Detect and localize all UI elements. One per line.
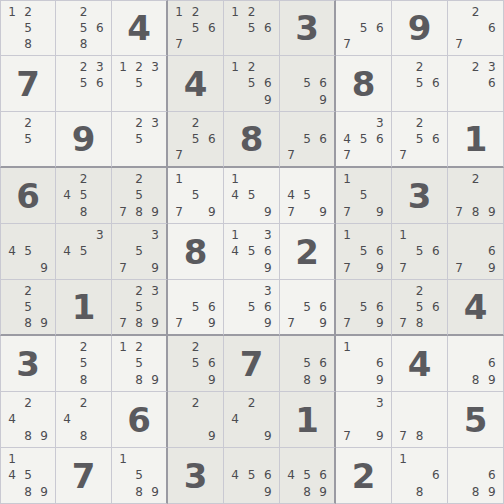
cell-r7c3[interactable]: 12589 [112, 336, 168, 392]
candidate-empty [20, 451, 36, 467]
candidate-empty [339, 411, 355, 427]
cell-r5c8[interactable]: 1567 [392, 224, 448, 280]
candidate-empty [243, 92, 259, 108]
candidate-8: 8 [20, 484, 36, 500]
candidate-empty [171, 411, 187, 427]
cell-r8c2[interactable]: 248 [56, 392, 112, 448]
cell-r7c2[interactable]: 258 [56, 336, 112, 392]
cell-r1c7[interactable]: 567 [336, 0, 392, 56]
candidate-empty [299, 171, 315, 187]
cell-value: 3 [408, 179, 432, 213]
cell-r3c5[interactable]: 8 [224, 112, 280, 168]
candidate-empty [147, 147, 163, 163]
candidate-2: 2 [467, 171, 483, 187]
candidate-9: 9 [372, 428, 388, 444]
candidate-empty [372, 339, 388, 355]
candidate-empty [395, 59, 411, 75]
cell-r4c1[interactable]: 6 [0, 168, 56, 224]
cell-r5c5[interactable]: 134569 [224, 224, 280, 280]
candidate-5: 5 [187, 299, 203, 315]
candidate-2: 2 [131, 283, 147, 299]
cell-r1c9[interactable]: 267 [448, 0, 504, 56]
candidate-empty [75, 227, 91, 243]
candidate-9: 9 [36, 428, 52, 444]
cell-r8c7[interactable]: 379 [336, 392, 392, 448]
candidate-empty [59, 171, 75, 187]
candidate-empty [428, 92, 444, 108]
cell-r9c6[interactable]: 45689 [280, 448, 336, 504]
candidate-empty [451, 451, 467, 467]
candidate-7: 7 [283, 315, 299, 331]
candidate-2: 2 [243, 59, 259, 75]
candidate-empty [467, 92, 483, 108]
candidate-empty [411, 467, 427, 483]
candidate-empty [92, 355, 108, 371]
candidate-empty [4, 20, 20, 36]
cell-value: 4 [408, 347, 432, 381]
candidate-empty [187, 315, 203, 331]
candidate-empty [299, 115, 315, 131]
candidate-4: 4 [283, 467, 299, 483]
candidate-6: 6 [92, 75, 108, 91]
candidate-empty [283, 299, 299, 315]
cell-r1c1[interactable]: 1258 [0, 0, 56, 56]
cell-r9c9[interactable]: 689 [448, 448, 504, 504]
cell-r1c5[interactable]: 1256 [224, 0, 280, 56]
candidate-empty [115, 131, 131, 147]
cell-r6c1[interactable]: 2589 [0, 280, 56, 336]
cell-r6c8[interactable]: 25678 [392, 280, 448, 336]
cell-value: 9 [72, 122, 96, 156]
cell-r6c6[interactable]: 5679 [280, 280, 336, 336]
cell-value: 8 [240, 122, 264, 156]
candidate-2: 2 [75, 59, 91, 75]
candidate-empty [147, 355, 163, 371]
candidate-7: 7 [451, 36, 467, 52]
cell-r1c2[interactable]: 2568 [56, 0, 112, 56]
candidate-6: 6 [204, 299, 220, 315]
candidate-empty [411, 451, 427, 467]
candidate-empty [467, 339, 483, 355]
cell-r5c4[interactable]: 8 [168, 224, 224, 280]
cell-r3c9[interactable]: 1 [448, 112, 504, 168]
candidate-8: 8 [411, 484, 427, 500]
cell-r6c3[interactable]: 235789 [112, 280, 168, 336]
cell-r8c1[interactable]: 2489 [0, 392, 56, 448]
cell-r7c9[interactable]: 689 [448, 336, 504, 392]
candidate-empty [59, 75, 75, 91]
candidate-empty [395, 395, 411, 411]
candidate-empty [147, 92, 163, 108]
candidate-empty [4, 283, 20, 299]
candidate-2: 2 [20, 4, 36, 20]
cell-r3c2[interactable]: 9 [56, 112, 112, 168]
candidate-empty [115, 92, 131, 108]
cell-r4c8[interactable]: 3 [392, 168, 448, 224]
candidate-empty [204, 283, 220, 299]
candidate-grid: 2489 [4, 395, 52, 444]
cell-r2c9[interactable]: 236 [448, 56, 504, 112]
cell-value: 4 [184, 67, 208, 101]
candidate-5: 5 [355, 20, 371, 36]
candidate-empty [428, 59, 444, 75]
cell-r5c6[interactable]: 2 [280, 224, 336, 280]
candidate-5: 5 [355, 131, 371, 147]
candidate-empty [355, 227, 371, 243]
cell-r9c1[interactable]: 14589 [0, 448, 56, 504]
candidate-4: 4 [227, 467, 243, 483]
candidate-empty [92, 411, 108, 427]
candidate-empty [395, 131, 411, 147]
candidate-empty [283, 115, 299, 131]
candidate-empty [467, 227, 483, 243]
cell-r5c3[interactable]: 3579 [112, 224, 168, 280]
candidate-grid: 1579 [171, 171, 220, 220]
cell-r9c4[interactable]: 3 [168, 448, 224, 504]
candidate-empty [227, 92, 243, 108]
cell-r9c3[interactable]: 1589 [112, 448, 168, 504]
cell-r4c3[interactable]: 25789 [112, 168, 168, 224]
candidate-empty [187, 36, 203, 52]
cell-r2c1[interactable]: 7 [0, 56, 56, 112]
candidate-5: 5 [187, 20, 203, 36]
candidate-empty [451, 4, 467, 20]
cell-r3c7[interactable]: 34567 [336, 112, 392, 168]
candidate-5: 5 [243, 467, 259, 483]
candidate-grid: 679 [451, 227, 500, 276]
candidate-7: 7 [395, 260, 411, 276]
candidate-empty [75, 411, 91, 427]
candidate-empty [4, 147, 20, 163]
candidate-empty [411, 260, 427, 276]
candidate-empty [260, 187, 276, 203]
candidate-empty [171, 355, 187, 371]
candidate-1: 1 [395, 227, 411, 243]
cell-r9c5[interactable]: 4569 [224, 448, 280, 504]
candidate-empty [467, 467, 483, 483]
candidate-empty [451, 75, 467, 91]
candidate-empty [131, 260, 147, 276]
candidate-9: 9 [315, 204, 331, 220]
candidate-empty [339, 372, 355, 388]
cell-r8c5[interactable]: 249 [224, 392, 280, 448]
candidate-empty [355, 115, 371, 131]
candidate-empty [395, 75, 411, 91]
cell-r8c8[interactable]: 78 [392, 392, 448, 448]
candidate-3: 3 [147, 227, 163, 243]
candidate-empty [20, 411, 36, 427]
candidate-empty [59, 59, 75, 75]
candidate-7: 7 [395, 428, 411, 444]
candidate-2: 2 [75, 395, 91, 411]
candidate-empty [243, 484, 259, 500]
candidate-empty [131, 147, 147, 163]
cell-r2c3[interactable]: 1235 [112, 56, 168, 112]
candidate-9: 9 [484, 372, 500, 388]
candidate-6: 6 [260, 243, 276, 259]
candidate-grid: 569 [283, 59, 331, 108]
candidate-5: 5 [243, 20, 259, 36]
candidate-8: 8 [299, 372, 315, 388]
candidate-empty [260, 36, 276, 52]
cell-r8c6[interactable]: 1 [280, 392, 336, 448]
candidate-empty [92, 204, 108, 220]
candidate-empty [395, 283, 411, 299]
candidate-2: 2 [75, 4, 91, 20]
candidate-5: 5 [131, 75, 147, 91]
candidate-empty [171, 283, 187, 299]
cell-r6c9[interactable]: 4 [448, 280, 504, 336]
cell-r8c4[interactable]: 29 [168, 392, 224, 448]
candidate-empty [260, 171, 276, 187]
candidate-grid: 1256 [227, 4, 276, 52]
cell-r5c2[interactable]: 345 [56, 224, 112, 280]
candidate-7: 7 [171, 204, 187, 220]
candidate-5: 5 [243, 299, 259, 315]
candidate-5: 5 [75, 20, 91, 36]
candidate-9: 9 [372, 204, 388, 220]
cell-r7c1[interactable]: 3 [0, 336, 56, 392]
candidate-9: 9 [36, 484, 52, 500]
candidate-grid: 689 [451, 451, 500, 500]
candidate-empty [451, 372, 467, 388]
candidate-empty [260, 411, 276, 427]
candidate-6: 6 [92, 20, 108, 36]
candidate-8: 8 [467, 204, 483, 220]
candidate-empty [204, 147, 220, 163]
candidate-empty [355, 171, 371, 187]
cell-r1c8[interactable]: 9 [392, 0, 448, 56]
candidate-empty [204, 171, 220, 187]
candidate-empty [204, 411, 220, 427]
candidate-1: 1 [115, 59, 131, 75]
candidate-empty [171, 115, 187, 131]
cell-r3c4[interactable]: 2567 [168, 112, 224, 168]
cell-r3c3[interactable]: 235 [112, 112, 168, 168]
candidate-8: 8 [75, 36, 91, 52]
candidate-empty [428, 315, 444, 331]
cell-value: 7 [240, 347, 264, 381]
candidate-grid: 1235 [115, 59, 163, 108]
candidate-2: 2 [187, 115, 203, 131]
candidate-empty [92, 260, 108, 276]
candidate-6: 6 [428, 243, 444, 259]
candidate-3: 3 [147, 283, 163, 299]
cell-r6c7[interactable]: 5679 [336, 280, 392, 336]
candidate-empty [283, 339, 299, 355]
cell-r2c6[interactable]: 569 [280, 56, 336, 112]
candidate-empty [171, 131, 187, 147]
candidate-empty [355, 315, 371, 331]
cell-r7c8[interactable]: 4 [392, 336, 448, 392]
cell-r9c2[interactable]: 7 [56, 448, 112, 504]
candidate-empty [204, 395, 220, 411]
candidate-empty [147, 131, 163, 147]
candidate-2: 2 [467, 59, 483, 75]
cell-r6c5[interactable]: 3569 [224, 280, 280, 336]
candidate-empty [36, 115, 52, 131]
candidate-empty [260, 59, 276, 75]
candidate-4: 4 [339, 131, 355, 147]
candidate-empty [283, 451, 299, 467]
candidate-empty [428, 484, 444, 500]
candidate-empty [187, 372, 203, 388]
cell-r9c7[interactable]: 2 [336, 448, 392, 504]
cell-r1c6[interactable]: 3 [280, 0, 336, 56]
cell-value: 2 [295, 235, 319, 269]
cell-r2c7[interactable]: 8 [336, 56, 392, 112]
candidate-9: 9 [315, 315, 331, 331]
cell-r4c6[interactable]: 4579 [280, 168, 336, 224]
cell-r1c4[interactable]: 12567 [168, 0, 224, 56]
candidate-empty [204, 339, 220, 355]
cell-r3c6[interactable]: 567 [280, 112, 336, 168]
candidate-2: 2 [131, 59, 147, 75]
candidate-empty [171, 299, 187, 315]
candidate-empty [4, 428, 20, 444]
cell-r7c4[interactable]: 2569 [168, 336, 224, 392]
candidate-empty [411, 227, 427, 243]
cell-value: 7 [16, 67, 40, 101]
candidate-grid: 45689 [283, 451, 331, 500]
cell-r3c8[interactable]: 2567 [392, 112, 448, 168]
candidate-5: 5 [20, 131, 36, 147]
candidate-empty [4, 315, 20, 331]
candidate-empty [299, 451, 315, 467]
candidate-5: 5 [355, 243, 371, 259]
candidate-4: 4 [4, 467, 20, 483]
candidate-2: 2 [20, 115, 36, 131]
cell-value: 3 [16, 347, 40, 381]
candidate-empty [59, 92, 75, 108]
cell-r8c3[interactable]: 6 [112, 392, 168, 448]
candidate-empty [4, 131, 20, 147]
candidate-5: 5 [131, 187, 147, 203]
candidate-empty [243, 171, 259, 187]
candidate-empty [355, 283, 371, 299]
candidate-9: 9 [204, 204, 220, 220]
candidate-empty [36, 36, 52, 52]
cell-r5c9[interactable]: 679 [448, 224, 504, 280]
candidate-7: 7 [115, 204, 131, 220]
candidate-empty [355, 339, 371, 355]
candidate-empty [339, 20, 355, 36]
candidate-empty [59, 428, 75, 444]
candidate-grid: 1589 [115, 451, 163, 500]
candidate-grid: 459 [4, 227, 52, 276]
cell-r6c2[interactable]: 1 [56, 280, 112, 336]
candidate-empty [411, 147, 427, 163]
candidate-9: 9 [484, 484, 500, 500]
candidate-empty [92, 372, 108, 388]
candidate-5: 5 [75, 75, 91, 91]
candidate-empty [451, 227, 467, 243]
candidate-empty [187, 204, 203, 220]
candidate-empty [395, 484, 411, 500]
cell-r4c9[interactable]: 2789 [448, 168, 504, 224]
candidate-6: 6 [484, 20, 500, 36]
candidate-6: 6 [315, 75, 331, 91]
cell-value: 1 [295, 403, 319, 437]
cell-r9c8[interactable]: 168 [392, 448, 448, 504]
cell-r2c4[interactable]: 4 [168, 56, 224, 112]
cell-value: 5 [464, 403, 488, 437]
candidate-grid: 1459 [227, 171, 276, 220]
candidate-grid: 5689 [283, 339, 331, 388]
candidate-6: 6 [260, 20, 276, 36]
cell-r7c7[interactable]: 169 [336, 336, 392, 392]
candidate-8: 8 [20, 315, 36, 331]
candidate-empty [315, 339, 331, 355]
candidate-9: 9 [260, 428, 276, 444]
candidate-2: 2 [75, 339, 91, 355]
candidate-empty [115, 187, 131, 203]
candidate-empty [36, 243, 52, 259]
cell-r4c5[interactable]: 1459 [224, 168, 280, 224]
candidate-5: 5 [355, 299, 371, 315]
candidate-6: 6 [204, 131, 220, 147]
cell-r6c4[interactable]: 5679 [168, 280, 224, 336]
candidate-empty [283, 372, 299, 388]
candidate-grid: 1258 [4, 4, 52, 52]
cell-r5c1[interactable]: 459 [0, 224, 56, 280]
cell-r2c8[interactable]: 256 [392, 56, 448, 112]
candidate-2: 2 [131, 115, 147, 131]
cell-r2c2[interactable]: 2356 [56, 56, 112, 112]
candidate-4: 4 [4, 411, 20, 427]
cell-r4c2[interactable]: 2458 [56, 168, 112, 224]
candidate-9: 9 [204, 372, 220, 388]
candidate-empty [283, 355, 299, 371]
candidate-empty [484, 339, 500, 355]
cell-r4c7[interactable]: 1579 [336, 168, 392, 224]
candidate-grid: 12567 [171, 4, 220, 52]
candidate-empty [115, 355, 131, 371]
candidate-empty [315, 115, 331, 131]
cell-r7c6[interactable]: 5689 [280, 336, 336, 392]
candidate-1: 1 [339, 171, 355, 187]
candidate-empty [75, 260, 91, 276]
cell-r3c1[interactable]: 25 [0, 112, 56, 168]
candidate-empty [204, 36, 220, 52]
cell-r8c9[interactable]: 5 [448, 392, 504, 448]
candidate-empty [428, 260, 444, 276]
cell-r4c4[interactable]: 1579 [168, 168, 224, 224]
candidate-grid: 3579 [115, 227, 163, 276]
candidate-empty [36, 283, 52, 299]
candidate-8: 8 [20, 36, 36, 52]
candidate-6: 6 [260, 75, 276, 91]
cell-value: 2 [352, 459, 376, 493]
candidate-grid: 1567 [395, 227, 444, 276]
candidate-empty [411, 411, 427, 427]
cell-r1c3[interactable]: 4 [112, 0, 168, 56]
candidate-empty [355, 372, 371, 388]
candidate-empty [36, 395, 52, 411]
candidate-grid: 4569 [227, 451, 276, 500]
candidate-grid: 235789 [115, 283, 163, 331]
cell-r7c5[interactable]: 7 [224, 336, 280, 392]
candidate-empty [227, 451, 243, 467]
cell-r5c7[interactable]: 15679 [336, 224, 392, 280]
candidate-empty [355, 411, 371, 427]
candidate-grid: 567 [339, 4, 388, 52]
candidate-empty [243, 315, 259, 331]
cell-r2c5[interactable]: 12569 [224, 56, 280, 112]
candidate-8: 8 [75, 428, 91, 444]
candidate-empty [36, 227, 52, 243]
candidate-2: 2 [187, 395, 203, 411]
